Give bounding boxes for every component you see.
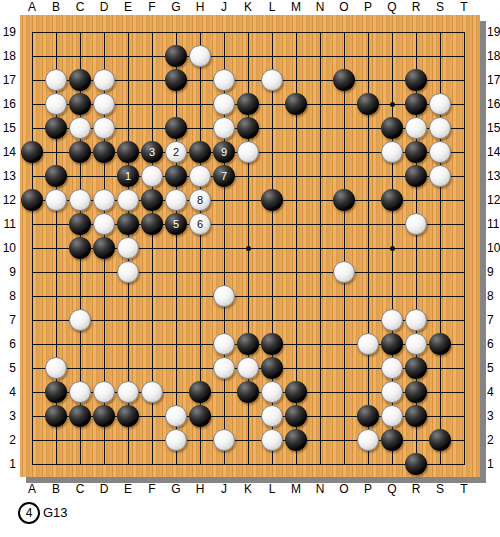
white-stone [93,381,115,403]
black-stone [381,189,403,211]
white-stone [117,261,139,283]
column-label-bottom: T [454,482,474,496]
black-stone [237,93,259,115]
white-stone [333,261,355,283]
white-stone [213,429,235,451]
white-stone [93,93,115,115]
white-stone [93,69,115,91]
black-stone [429,429,451,451]
white-stone [45,69,67,91]
black-stone [405,453,427,475]
black-stone [69,405,91,427]
column-label-top: P [358,0,378,14]
black-stone [429,333,451,355]
black-stone [285,405,307,427]
white-stone [45,93,67,115]
column-label-bottom: C [70,482,90,496]
white-stone [213,357,235,379]
black-stone [285,429,307,451]
black-stone [405,357,427,379]
black-stone [381,429,403,451]
black-stone [69,93,91,115]
column-label-top: B [46,0,66,14]
white-stone [69,117,91,139]
black-stone-move-7: 7 [213,165,235,187]
row-label-right: 2 [487,433,500,447]
black-stone [285,381,307,403]
column-label-top: G [166,0,186,14]
column-label-top: Q [382,0,402,14]
white-stone [237,357,259,379]
column-label-bottom: K [238,482,258,496]
black-stone [117,405,139,427]
black-stone [261,189,283,211]
white-stone [429,93,451,115]
white-stone [213,69,235,91]
row-label-right: 6 [487,337,500,351]
star-point [246,246,251,251]
black-stone [45,405,67,427]
black-stone [189,405,211,427]
white-stone [405,333,427,355]
black-stone [261,357,283,379]
white-stone [213,333,235,355]
row-label-right: 5 [487,361,500,375]
white-stone [69,309,91,331]
row-label-left: 13 [0,169,16,183]
row-label-left: 10 [0,241,16,255]
caption-move-marker: 4 [18,502,40,524]
black-stone [93,237,115,259]
row-label-left: 2 [0,433,16,447]
white-stone [93,189,115,211]
column-label-top: M [286,0,306,14]
white-stone [69,381,91,403]
row-label-left: 14 [0,145,16,159]
white-stone [45,189,67,211]
white-stone [237,141,259,163]
black-stone [69,141,91,163]
white-stone-move-8: 8 [189,189,211,211]
white-stone [261,405,283,427]
row-label-left: 3 [0,409,16,423]
white-stone [429,117,451,139]
white-stone [69,189,91,211]
black-stone [405,93,427,115]
row-label-right: 11 [487,217,500,231]
white-stone-move-2: 2 [165,141,187,163]
column-label-top: T [454,0,474,14]
black-stone [357,405,379,427]
black-stone [165,117,187,139]
white-stone [45,357,67,379]
column-label-top: O [334,0,354,14]
white-stone [429,165,451,187]
black-stone [141,189,163,211]
black-stone [141,213,163,235]
white-stone [381,309,403,331]
star-point [390,246,395,251]
white-stone [93,117,115,139]
black-stone [405,165,427,187]
row-label-right: 13 [487,169,500,183]
white-stone [93,213,115,235]
column-label-top: A [22,0,42,14]
row-label-right: 16 [487,97,500,111]
row-label-left: 18 [0,49,16,63]
black-stone [237,333,259,355]
white-stone [381,357,403,379]
white-stone [213,93,235,115]
white-stone [213,117,235,139]
column-label-bottom: B [46,482,66,496]
white-stone [117,189,139,211]
white-stone [261,429,283,451]
black-stone [381,333,403,355]
white-stone [405,213,427,235]
black-stone [261,333,283,355]
row-label-right: 3 [487,409,500,423]
column-label-top: J [214,0,234,14]
black-stone [93,405,115,427]
white-stone [165,429,187,451]
column-label-bottom: P [358,482,378,496]
black-stone-move-9: 9 [213,141,235,163]
black-stone [165,45,187,67]
black-stone-move-3: 3 [141,141,163,163]
black-stone [405,69,427,91]
white-stone [405,309,427,331]
black-stone [45,117,67,139]
column-label-top: F [142,0,162,14]
white-stone [141,381,163,403]
black-stone [69,69,91,91]
column-label-top: R [406,0,426,14]
white-stone [381,405,403,427]
row-label-left: 15 [0,121,16,135]
column-label-bottom: G [166,482,186,496]
row-label-left: 7 [0,313,16,327]
column-label-top: K [238,0,258,14]
row-label-left: 8 [0,289,16,303]
row-label-right: 18 [487,49,500,63]
row-label-right: 17 [487,73,500,87]
row-label-right: 15 [487,121,500,135]
black-stone [237,117,259,139]
black-stone [381,117,403,139]
column-label-top: D [94,0,114,14]
row-label-right: 7 [487,313,500,327]
black-stone [93,141,115,163]
column-label-bottom: O [334,482,354,496]
black-stone [165,165,187,187]
row-label-left: 16 [0,97,16,111]
row-label-right: 9 [487,265,500,279]
white-stone [165,405,187,427]
column-label-bottom: A [22,482,42,496]
white-stone [117,237,139,259]
black-stone [333,69,355,91]
white-stone [357,429,379,451]
column-label-bottom: J [214,482,234,496]
black-stone [189,141,211,163]
black-stone [45,381,67,403]
black-stone [69,213,91,235]
black-stone-move-1: 1 [117,165,139,187]
go-diagram: 4 G13 AABBCCDDEEFFGGHHJJKKLLMMNNOOPPQQRR… [0,0,500,537]
black-stone [45,165,67,187]
row-label-right: 10 [487,241,500,255]
white-stone [165,189,187,211]
row-label-right: 4 [487,385,500,399]
column-label-top: S [430,0,450,14]
row-label-right: 19 [487,25,500,39]
black-stone [117,213,139,235]
row-label-left: 4 [0,385,16,399]
column-label-bottom: N [310,482,330,496]
black-stone [405,141,427,163]
black-stone [237,381,259,403]
row-label-left: 19 [0,25,16,39]
black-stone [405,405,427,427]
white-stone [117,381,139,403]
white-stone [189,165,211,187]
black-stone [21,189,43,211]
white-stone-move-6: 6 [189,213,211,235]
white-stone [405,117,427,139]
black-stone-move-5: 5 [165,213,187,235]
column-label-bottom: S [430,482,450,496]
white-stone [381,381,403,403]
white-stone [357,333,379,355]
white-stone [261,69,283,91]
black-stone [165,69,187,91]
column-label-bottom: D [94,482,114,496]
black-stone [189,381,211,403]
row-label-left: 9 [0,265,16,279]
black-stone [69,237,91,259]
column-label-top: E [118,0,138,14]
black-stone [405,381,427,403]
column-label-top: L [262,0,282,14]
black-stone [21,141,43,163]
white-stone [213,285,235,307]
column-label-top: N [310,0,330,14]
column-label-bottom: E [118,482,138,496]
row-label-left: 1 [0,457,16,471]
column-label-bottom: Q [382,482,402,496]
column-label-bottom: F [142,482,162,496]
white-stone [429,141,451,163]
black-stone [333,189,355,211]
star-point [390,102,395,107]
row-label-right: 1 [487,457,500,471]
caption-coordinate: G13 [43,505,68,520]
column-label-bottom: L [262,482,282,496]
black-stone [117,141,139,163]
black-stone [357,93,379,115]
white-stone [189,45,211,67]
white-stone [141,165,163,187]
column-label-top: H [190,0,210,14]
column-label-bottom: H [190,482,210,496]
row-label-right: 12 [487,193,500,207]
row-label-left: 6 [0,337,16,351]
row-label-left: 5 [0,361,16,375]
column-label-bottom: M [286,482,306,496]
white-stone [261,381,283,403]
black-stone [285,93,307,115]
column-label-bottom: R [406,482,426,496]
row-label-left: 17 [0,73,16,87]
row-label-left: 12 [0,193,16,207]
column-label-top: C [70,0,90,14]
white-stone [381,141,403,163]
row-label-left: 11 [0,217,16,231]
row-label-right: 14 [487,145,500,159]
row-label-right: 8 [487,289,500,303]
